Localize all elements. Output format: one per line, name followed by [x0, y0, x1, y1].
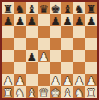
piece-black-bishop[interactable]: ♝ [27, 3, 37, 14]
square-e4[interactable] [50, 50, 62, 62]
square-g8[interactable]: ♞ [73, 2, 85, 14]
square-b5[interactable] [14, 38, 26, 50]
chess-board: ♜♞♝♛♚♝♞♜♟♟♟♟♟♟♟♟♟♟♟♟♟♟♟♜♞♝♛♚♝♞♜ [2, 2, 97, 98]
square-h4[interactable] [85, 50, 97, 62]
square-h5[interactable] [85, 38, 97, 50]
square-b1[interactable]: ♞ [14, 86, 26, 98]
square-c5[interactable] [26, 38, 38, 50]
square-g4[interactable] [73, 50, 85, 62]
piece-white-pawn[interactable]: ♟ [15, 75, 25, 86]
square-a8[interactable]: ♜ [2, 2, 14, 14]
piece-white-rook[interactable]: ♜ [3, 87, 13, 98]
square-b4[interactable] [14, 50, 26, 62]
square-c4[interactable]: ♟ [26, 50, 38, 62]
piece-white-knight[interactable]: ♞ [74, 87, 84, 98]
square-h7[interactable]: ♟ [85, 14, 97, 26]
piece-black-pawn[interactable]: ♟ [62, 15, 72, 26]
piece-white-pawn[interactable]: ♟ [51, 75, 61, 86]
piece-white-pawn[interactable]: ♟ [3, 75, 13, 86]
square-f7[interactable]: ♟ [61, 14, 73, 26]
piece-white-pawn[interactable]: ♟ [39, 51, 49, 62]
piece-white-queen[interactable]: ♛ [39, 87, 49, 98]
square-a3[interactable] [2, 62, 14, 74]
piece-black-pawn[interactable]: ♟ [15, 15, 25, 26]
square-f6[interactable] [61, 26, 73, 38]
board-frame: ♜♞♝♛♚♝♞♜♟♟♟♟♟♟♟♟♟♟♟♟♟♟♟♜♞♝♛♚♝♞♜ [0, 0, 99, 100]
square-a6[interactable] [2, 26, 14, 38]
square-e8[interactable]: ♚ [50, 2, 62, 14]
square-g6[interactable] [73, 26, 85, 38]
piece-white-rook[interactable]: ♜ [86, 87, 96, 98]
square-c2[interactable] [26, 74, 38, 86]
piece-black-rook[interactable]: ♜ [86, 3, 96, 14]
piece-white-bishop[interactable]: ♝ [62, 87, 72, 98]
square-b2[interactable]: ♟ [14, 74, 26, 86]
square-b7[interactable]: ♟ [14, 14, 26, 26]
square-b3[interactable] [14, 62, 26, 74]
square-e6[interactable] [50, 26, 62, 38]
square-g7[interactable]: ♟ [73, 14, 85, 26]
square-e2[interactable]: ♟ [50, 74, 62, 86]
square-e7[interactable]: ♟ [50, 14, 62, 26]
square-e1[interactable]: ♚ [50, 86, 62, 98]
piece-white-pawn[interactable]: ♟ [74, 75, 84, 86]
square-c8[interactable]: ♝ [26, 2, 38, 14]
square-h8[interactable]: ♜ [85, 2, 97, 14]
square-f1[interactable]: ♝ [61, 86, 73, 98]
square-a1[interactable]: ♜ [2, 86, 14, 98]
piece-black-queen[interactable]: ♛ [39, 3, 49, 14]
square-h3[interactable] [85, 62, 97, 74]
piece-black-pawn[interactable]: ♟ [27, 15, 37, 26]
piece-black-king[interactable]: ♚ [51, 3, 61, 14]
piece-white-bishop[interactable]: ♝ [27, 87, 37, 98]
square-f5[interactable] [61, 38, 73, 50]
square-d2[interactable] [38, 74, 50, 86]
piece-black-pawn[interactable]: ♟ [27, 51, 37, 62]
piece-white-pawn[interactable]: ♟ [86, 75, 96, 86]
square-d8[interactable]: ♛ [38, 2, 50, 14]
square-g5[interactable] [73, 38, 85, 50]
square-d5[interactable] [38, 38, 50, 50]
square-a7[interactable]: ♟ [2, 14, 14, 26]
piece-black-knight[interactable]: ♞ [74, 3, 84, 14]
piece-white-pawn[interactable]: ♟ [62, 75, 72, 86]
square-b8[interactable]: ♞ [14, 2, 26, 14]
square-a5[interactable] [2, 38, 14, 50]
square-f3[interactable] [61, 62, 73, 74]
square-g2[interactable]: ♟ [73, 74, 85, 86]
piece-black-rook[interactable]: ♜ [3, 3, 13, 14]
piece-black-bishop[interactable]: ♝ [62, 3, 72, 14]
piece-black-knight[interactable]: ♞ [15, 3, 25, 14]
square-f8[interactable]: ♝ [61, 2, 73, 14]
square-e5[interactable] [50, 38, 62, 50]
piece-white-knight[interactable]: ♞ [15, 87, 25, 98]
square-d6[interactable] [38, 26, 50, 38]
square-d1[interactable]: ♛ [38, 86, 50, 98]
square-c6[interactable] [26, 26, 38, 38]
square-f2[interactable]: ♟ [61, 74, 73, 86]
square-d4[interactable]: ♟ [38, 50, 50, 62]
square-h1[interactable]: ♜ [85, 86, 97, 98]
piece-black-pawn[interactable]: ♟ [74, 15, 84, 26]
square-h6[interactable] [85, 26, 97, 38]
piece-white-king[interactable]: ♚ [51, 87, 61, 98]
square-g3[interactable] [73, 62, 85, 74]
square-b6[interactable] [14, 26, 26, 38]
square-d3[interactable] [38, 62, 50, 74]
square-c3[interactable] [26, 62, 38, 74]
square-h2[interactable]: ♟ [85, 74, 97, 86]
square-c7[interactable]: ♟ [26, 14, 38, 26]
square-g1[interactable]: ♞ [73, 86, 85, 98]
piece-black-pawn[interactable]: ♟ [3, 15, 13, 26]
square-a4[interactable] [2, 50, 14, 62]
square-f4[interactable] [61, 50, 73, 62]
square-c1[interactable]: ♝ [26, 86, 38, 98]
square-d7[interactable] [38, 14, 50, 26]
square-a2[interactable]: ♟ [2, 74, 14, 86]
square-e3[interactable] [50, 62, 62, 74]
piece-black-pawn[interactable]: ♟ [86, 15, 96, 26]
piece-black-pawn[interactable]: ♟ [51, 15, 61, 26]
